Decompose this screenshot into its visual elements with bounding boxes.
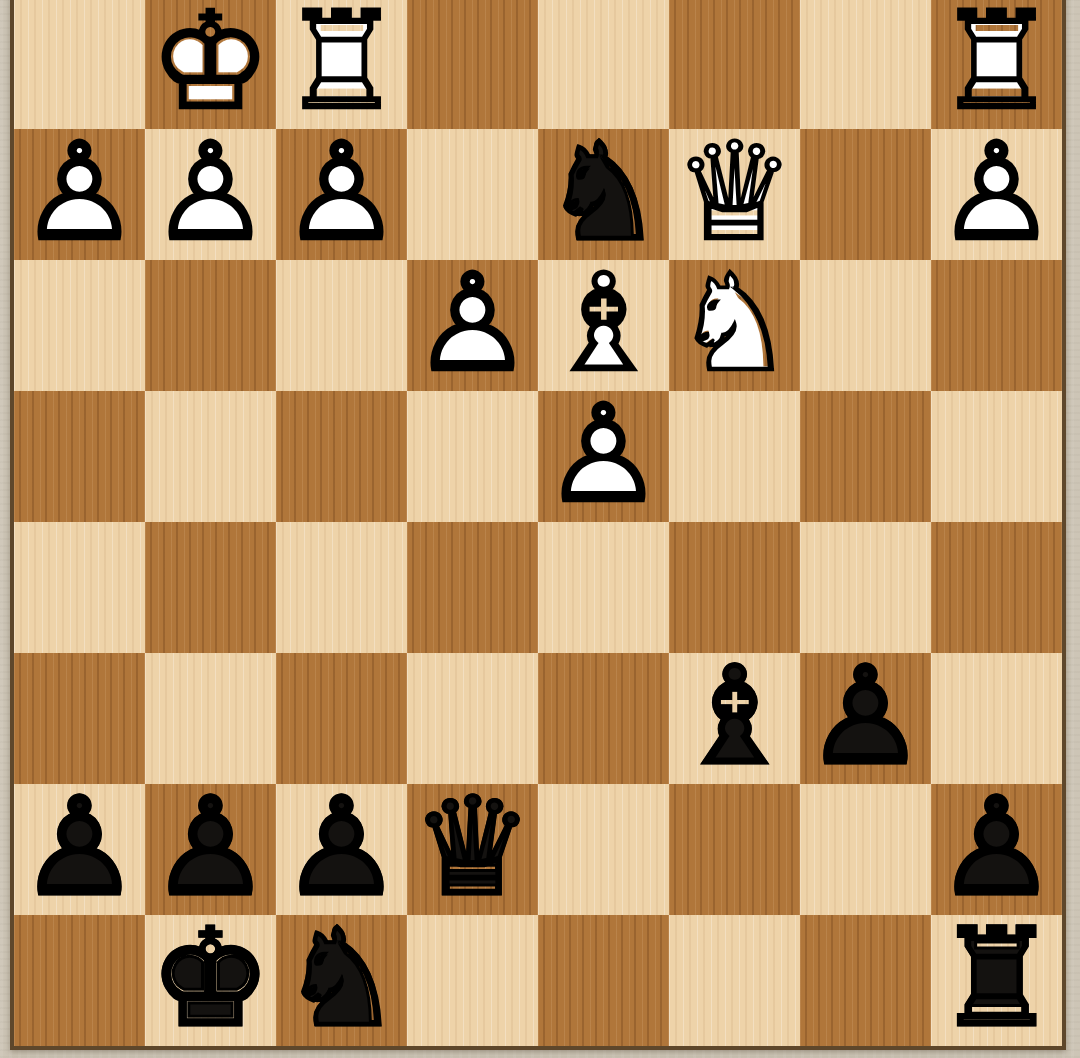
square-g7[interactable]: ♟♙ xyxy=(145,784,276,915)
square-d5[interactable] xyxy=(538,522,669,653)
square-a6[interactable] xyxy=(931,653,1062,784)
white-pawn[interactable]: ♟♙ xyxy=(14,129,145,260)
white-pawn-outline-icon: ♙ xyxy=(145,126,276,257)
square-b8[interactable] xyxy=(800,915,931,1046)
black-queen-outline-icon: ♕ xyxy=(407,781,538,912)
square-f2[interactable]: ♟♙ xyxy=(276,129,407,260)
square-f5[interactable] xyxy=(276,522,407,653)
square-c2[interactable]: ♛♕ xyxy=(669,129,800,260)
black-pawn[interactable]: ♟♙ xyxy=(276,784,407,915)
white-pawn-outline-icon: ♙ xyxy=(14,126,145,257)
white-king-outline-icon: ♔ xyxy=(145,0,276,126)
square-d4[interactable]: ♟♙ xyxy=(538,391,669,522)
black-pawn[interactable]: ♟♙ xyxy=(931,784,1062,915)
white-rook-outline-icon: ♖ xyxy=(276,0,407,126)
black-knight-outline-icon: ♘ xyxy=(538,126,669,257)
square-d6[interactable] xyxy=(538,653,669,784)
black-pawn[interactable]: ♟♙ xyxy=(14,784,145,915)
black-king-outline-icon: ♔ xyxy=(145,912,276,1043)
white-pawn-outline-icon: ♙ xyxy=(931,126,1062,257)
square-c1[interactable] xyxy=(669,0,800,129)
square-f7[interactable]: ♟♙ xyxy=(276,784,407,915)
square-b6[interactable]: ♟♙ xyxy=(800,653,931,784)
square-b1[interactable] xyxy=(800,0,931,129)
square-b2[interactable] xyxy=(800,129,931,260)
white-pawn[interactable]: ♟♙ xyxy=(145,129,276,260)
square-e7[interactable]: ♛♕ xyxy=(407,784,538,915)
black-rook-outline-icon: ♖ xyxy=(931,912,1062,1043)
white-pawn-outline-icon: ♙ xyxy=(407,257,538,388)
black-pawn[interactable]: ♟♙ xyxy=(800,653,931,784)
black-bishop-outline-icon: ♗ xyxy=(669,650,800,781)
square-e5[interactable] xyxy=(407,522,538,653)
white-bishop[interactable]: ♝♗ xyxy=(538,260,669,391)
square-b5[interactable] xyxy=(800,522,931,653)
black-pawn-outline-icon: ♙ xyxy=(14,781,145,912)
black-knight-outline-icon: ♘ xyxy=(276,912,407,1043)
square-c5[interactable] xyxy=(669,522,800,653)
square-f6[interactable] xyxy=(276,653,407,784)
black-rook[interactable]: ♜♖ xyxy=(931,915,1062,1046)
square-h3[interactable] xyxy=(14,260,145,391)
white-pawn[interactable]: ♟♙ xyxy=(407,260,538,391)
square-g1[interactable]: ♚♔ xyxy=(145,0,276,129)
white-pawn[interactable]: ♟♙ xyxy=(931,129,1062,260)
square-b3[interactable] xyxy=(800,260,931,391)
square-c3[interactable]: ♞♘ xyxy=(669,260,800,391)
white-pawn[interactable]: ♟♙ xyxy=(276,129,407,260)
square-f8[interactable]: ♞♘ xyxy=(276,915,407,1046)
square-h4[interactable] xyxy=(14,391,145,522)
square-f3[interactable] xyxy=(276,260,407,391)
black-bishop[interactable]: ♝♗ xyxy=(669,653,800,784)
square-c8[interactable] xyxy=(669,915,800,1046)
square-h1[interactable] xyxy=(14,0,145,129)
white-rook-outline-icon: ♖ xyxy=(931,0,1062,126)
white-rook[interactable]: ♜♖ xyxy=(276,0,407,129)
square-d3[interactable]: ♝♗ xyxy=(538,260,669,391)
square-c6[interactable]: ♝♗ xyxy=(669,653,800,784)
square-a4[interactable] xyxy=(931,391,1062,522)
square-e1[interactable] xyxy=(407,0,538,129)
black-pawn-outline-icon: ♙ xyxy=(145,781,276,912)
square-f4[interactable] xyxy=(276,391,407,522)
square-a2[interactable]: ♟♙ xyxy=(931,129,1062,260)
square-a5[interactable] xyxy=(931,522,1062,653)
square-g8[interactable]: ♚♔ xyxy=(145,915,276,1046)
white-knight-outline-icon: ♘ xyxy=(669,257,800,388)
square-c7[interactable] xyxy=(669,784,800,915)
square-b4[interactable] xyxy=(800,391,931,522)
square-b7[interactable] xyxy=(800,784,931,915)
black-king[interactable]: ♚♔ xyxy=(145,915,276,1046)
square-a1[interactable]: ♜♖ xyxy=(931,0,1062,129)
square-a7[interactable]: ♟♙ xyxy=(931,784,1062,915)
square-e6[interactable] xyxy=(407,653,538,784)
black-pawn-outline-icon: ♙ xyxy=(931,781,1062,912)
chess-board[interactable]: ♚♔♜♖♜♖♟♙♟♙♟♙♞♘♛♕♟♙♟♙♝♗♞♘♟♙♝♗♟♙♟♙♟♙♟♙♛♕♟♙… xyxy=(10,0,1066,1050)
white-queen-outline-icon: ♕ xyxy=(669,126,800,257)
white-queen[interactable]: ♛♕ xyxy=(669,129,800,260)
square-g6[interactable] xyxy=(145,653,276,784)
white-pawn[interactable]: ♟♙ xyxy=(538,391,669,522)
square-g3[interactable] xyxy=(145,260,276,391)
square-g4[interactable] xyxy=(145,391,276,522)
black-pawn-outline-icon: ♙ xyxy=(276,781,407,912)
square-e2[interactable] xyxy=(407,129,538,260)
square-h2[interactable]: ♟♙ xyxy=(14,129,145,260)
square-c4[interactable] xyxy=(669,391,800,522)
square-d8[interactable] xyxy=(538,915,669,1046)
white-pawn-outline-icon: ♙ xyxy=(538,388,669,519)
square-d2[interactable]: ♞♘ xyxy=(538,129,669,260)
square-e3[interactable]: ♟♙ xyxy=(407,260,538,391)
square-a3[interactable] xyxy=(931,260,1062,391)
white-bishop-outline-icon: ♗ xyxy=(538,257,669,388)
square-h5[interactable] xyxy=(14,522,145,653)
square-g2[interactable]: ♟♙ xyxy=(145,129,276,260)
black-knight[interactable]: ♞♘ xyxy=(538,129,669,260)
square-e4[interactable] xyxy=(407,391,538,522)
square-a8[interactable]: ♜♖ xyxy=(931,915,1062,1046)
black-queen[interactable]: ♛♕ xyxy=(407,784,538,915)
white-king[interactable]: ♚♔ xyxy=(145,0,276,129)
black-knight[interactable]: ♞♘ xyxy=(276,915,407,1046)
square-g5[interactable] xyxy=(145,522,276,653)
black-pawn[interactable]: ♟♙ xyxy=(145,784,276,915)
black-pawn-outline-icon: ♙ xyxy=(800,650,931,781)
square-e8[interactable] xyxy=(407,915,538,1046)
square-h6[interactable] xyxy=(14,653,145,784)
white-rook[interactable]: ♜♖ xyxy=(931,0,1062,129)
square-d1[interactable] xyxy=(538,0,669,129)
white-pawn-outline-icon: ♙ xyxy=(276,126,407,257)
square-h7[interactable]: ♟♙ xyxy=(14,784,145,915)
square-h8[interactable] xyxy=(14,915,145,1046)
square-d7[interactable] xyxy=(538,784,669,915)
white-knight[interactable]: ♞♘ xyxy=(669,260,800,391)
square-f1[interactable]: ♜♖ xyxy=(276,0,407,129)
